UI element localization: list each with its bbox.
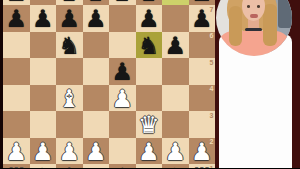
square-b3[interactable]: [30, 111, 57, 138]
square-g1[interactable]: ♞: [162, 164, 189, 168]
square-h4[interactable]: 4: [189, 85, 216, 112]
square-f6[interactable]: ♞: [136, 32, 163, 59]
square-c2[interactable]: ♟: [56, 138, 83, 165]
square-e5[interactable]: ♟: [109, 58, 136, 85]
white-pawn-piece[interactable]: ♟: [111, 86, 133, 110]
square-a7[interactable]: ♟: [3, 5, 30, 32]
black-pawn-piece[interactable]: ♟: [32, 7, 54, 31]
square-g3[interactable]: [162, 111, 189, 138]
square-e1[interactable]: ♚: [109, 164, 136, 168]
white-pawn-piece[interactable]: ♟: [164, 139, 186, 163]
presenter-hair-right-shape: [263, 4, 277, 46]
black-queen-piece[interactable]: ♛: [85, 0, 107, 4]
square-e6[interactable]: [109, 32, 136, 59]
white-king-piece[interactable]: ♚: [111, 166, 133, 168]
square-c4[interactable]: ♝: [56, 85, 83, 112]
square-h7[interactable]: ♟7: [189, 5, 216, 32]
chess-board[interactable]: ♜♝♛♚♝♜8♟♟♟♟♟♟7♞♞♟6♟5♝♟4♛3♟♟♟♟♟♟♟2♜♞♝♚♞♜1: [3, 0, 215, 168]
black-bishop-piece[interactable]: ♝: [58, 0, 80, 4]
square-g2[interactable]: ♟: [162, 138, 189, 165]
square-g6[interactable]: ♟: [162, 32, 189, 59]
square-d2[interactable]: ♟: [83, 138, 110, 165]
presenter-left-eye-shape: [247, 5, 250, 8]
square-a1[interactable]: ♜: [3, 164, 30, 168]
square-a6[interactable]: [3, 32, 30, 59]
square-d1[interactable]: [83, 164, 110, 168]
square-h1[interactable]: ♜1: [189, 164, 216, 168]
rank-coordinate-5: 5: [210, 59, 214, 66]
black-pawn-piece[interactable]: ♟: [85, 7, 107, 31]
square-f7[interactable]: ♟: [136, 5, 163, 32]
white-pawn-piece[interactable]: ♟: [138, 139, 160, 163]
rank-coordinate-1: 1: [210, 165, 214, 169]
square-h2[interactable]: ♟2: [189, 138, 216, 165]
square-e2[interactable]: [109, 138, 136, 165]
square-e4[interactable]: ♟: [109, 85, 136, 112]
white-pawn-piece[interactable]: ♟: [58, 139, 80, 163]
white-pawn-piece[interactable]: ♟: [85, 139, 107, 163]
square-f2[interactable]: ♟: [136, 138, 163, 165]
square-e3[interactable]: [109, 111, 136, 138]
square-g5[interactable]: [162, 58, 189, 85]
rank-coordinate-7: 7: [210, 6, 214, 13]
square-d6[interactable]: [83, 32, 110, 59]
black-knight-piece[interactable]: ♞: [138, 33, 160, 57]
rank-coordinate-3: 3: [210, 112, 214, 119]
black-pawn-piece[interactable]: ♟: [111, 60, 133, 84]
white-pawn-piece[interactable]: ♟: [32, 139, 54, 163]
square-d3[interactable]: [83, 111, 110, 138]
black-pawn-piece[interactable]: ♟: [58, 7, 80, 31]
door-shape: [278, 0, 292, 28]
black-king-piece[interactable]: ♚: [111, 0, 133, 4]
square-a4[interactable]: [3, 85, 30, 112]
rank-coordinate-2: 2: [210, 138, 214, 145]
square-c6[interactable]: ♞: [56, 32, 83, 59]
square-c7[interactable]: ♟: [56, 5, 83, 32]
square-b7[interactable]: ♟: [30, 5, 57, 32]
square-c1[interactable]: ♝: [56, 164, 83, 168]
video-frame: ♜♝♛♚♝♜8♟♟♟♟♟♟7♞♞♟6♟5♝♟4♛3♟♟♟♟♟♟♟2♜♞♝♚♞♜1: [0, 0, 300, 168]
white-pawn-piece[interactable]: ♟: [5, 139, 27, 163]
square-b5[interactable]: [30, 58, 57, 85]
black-pawn-piece[interactable]: ♟: [5, 7, 27, 31]
square-d4[interactable]: [83, 85, 110, 112]
square-g4[interactable]: [162, 85, 189, 112]
rank-coordinate-6: 6: [210, 32, 214, 39]
square-a5[interactable]: [3, 58, 30, 85]
black-pawn-piece[interactable]: ♟: [164, 33, 186, 57]
square-d7[interactable]: ♟: [83, 5, 110, 32]
square-b1[interactable]: ♞: [30, 164, 57, 168]
rank-coordinate-4: 4: [210, 85, 214, 92]
square-h6[interactable]: 6: [189, 32, 216, 59]
square-f1[interactable]: [136, 164, 163, 168]
square-h5[interactable]: 5: [189, 58, 216, 85]
black-rook-piece[interactable]: ♜: [5, 0, 27, 4]
square-a3[interactable]: [3, 111, 30, 138]
black-bishop-piece[interactable]: ♝: [138, 0, 160, 4]
square-f5[interactable]: [136, 58, 163, 85]
square-a2[interactable]: ♟: [3, 138, 30, 165]
square-f3[interactable]: ♛: [136, 111, 163, 138]
presenter-mouth-shape: [250, 14, 258, 18]
black-rook-piece[interactable]: ♜: [191, 0, 213, 4]
white-bishop-piece[interactable]: ♝: [58, 86, 80, 110]
white-bishop-piece[interactable]: ♝: [58, 166, 80, 168]
square-b6[interactable]: [30, 32, 57, 59]
square-b4[interactable]: [30, 85, 57, 112]
black-pawn-piece[interactable]: ♟: [138, 7, 160, 31]
square-c3[interactable]: [56, 111, 83, 138]
square-h3[interactable]: 3: [189, 111, 216, 138]
white-knight-piece[interactable]: ♞: [32, 166, 54, 168]
square-f4[interactable]: [136, 85, 163, 112]
square-b2[interactable]: ♟: [30, 138, 57, 165]
presenter-right-eye-shape: [257, 5, 260, 8]
square-e7[interactable]: [109, 5, 136, 32]
white-rook-piece[interactable]: ♜: [5, 166, 27, 168]
white-knight-piece[interactable]: ♞: [164, 166, 186, 168]
square-d5[interactable]: [83, 58, 110, 85]
black-knight-piece[interactable]: ♞: [58, 33, 80, 57]
square-c5[interactable]: [56, 58, 83, 85]
white-queen-piece[interactable]: ♛: [138, 113, 160, 137]
presenter-hair-left-shape: [229, 6, 242, 46]
square-g7[interactable]: [162, 5, 189, 32]
